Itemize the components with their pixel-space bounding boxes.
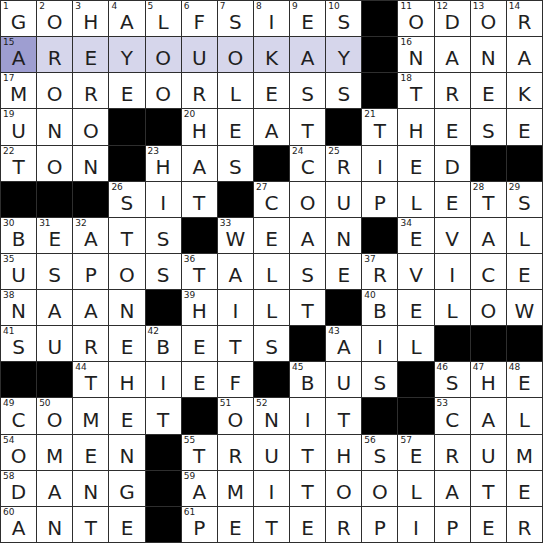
cell-r2c12[interactable]: 16N	[398, 37, 433, 72]
cell-letter: E	[482, 84, 495, 108]
cell-letter: B	[373, 301, 387, 325]
cell-r5c3[interactable]: N	[73, 146, 108, 181]
cell-r5c4	[109, 146, 144, 181]
cell-letter: A	[481, 410, 495, 434]
cell-r15c4[interactable]: E	[109, 507, 144, 542]
cell-r13c7[interactable]: R	[218, 435, 253, 470]
cell-letter: D	[444, 12, 459, 36]
cell-r12c3[interactable]: M	[73, 398, 108, 433]
cell-r6c7	[218, 182, 253, 217]
cell-r3c5[interactable]: O	[146, 73, 181, 108]
cell-r2c10[interactable]: Y	[326, 37, 361, 72]
clue-number: 17	[3, 73, 14, 84]
cell-letter: H	[119, 373, 134, 397]
cell-r15c10[interactable]: R	[326, 507, 361, 542]
cell-r8c4[interactable]: O	[109, 254, 144, 289]
cell-r14c14[interactable]: T	[471, 471, 506, 506]
cell-r6c10[interactable]: U	[326, 182, 361, 217]
cell-r14c10[interactable]: O	[326, 471, 361, 506]
cell-r7c8[interactable]: E	[254, 218, 289, 253]
cell-r14c8[interactable]: I	[254, 471, 289, 506]
cell-r14c3[interactable]: N	[73, 471, 108, 506]
cell-r13c9[interactable]: T	[290, 435, 325, 470]
cell-r11c11[interactable]: S	[362, 362, 397, 397]
clue-number: 59	[184, 471, 195, 482]
cell-letter: H	[192, 121, 207, 145]
clue-number: 42	[148, 326, 159, 337]
cell-r14c4[interactable]: G	[109, 471, 144, 506]
cell-letter: E	[518, 482, 531, 506]
cell-r9c4[interactable]: N	[109, 290, 144, 325]
cell-r1c8[interactable]: 8I	[254, 1, 289, 36]
cell-r4c13[interactable]: E	[435, 109, 470, 144]
cell-r5c5[interactable]: 23H	[146, 146, 181, 181]
cell-r8c9[interactable]: S	[290, 254, 325, 289]
clue-number: 22	[3, 146, 14, 157]
cell-r10c8[interactable]: S	[254, 326, 289, 361]
cell-r15c14[interactable]: E	[471, 507, 506, 542]
cell-r5c11[interactable]: I	[362, 146, 397, 181]
cell-r2c2[interactable]: R	[37, 37, 72, 72]
cell-r11c13[interactable]: 46S	[435, 362, 470, 397]
cell-letter: L	[266, 301, 277, 325]
cell-r9c13[interactable]: L	[435, 290, 470, 325]
cell-r11c9[interactable]: 45B	[290, 362, 325, 397]
cell-letter: R	[517, 12, 531, 36]
cell-r2c14[interactable]: N	[471, 37, 506, 72]
cell-r3c2[interactable]: O	[37, 73, 72, 108]
cell-letter: K	[265, 48, 278, 72]
cell-r14c15[interactable]: E	[507, 471, 542, 506]
clue-number: 36	[184, 254, 195, 265]
cell-r12c1[interactable]: 49C	[1, 398, 36, 433]
cell-r15c15[interactable]: R	[507, 507, 542, 542]
cell-r5c14	[471, 146, 506, 181]
cell-letter: E	[410, 301, 423, 325]
cell-r1c3[interactable]: 3H	[73, 1, 108, 36]
cell-r11c10[interactable]: U	[326, 362, 361, 397]
cell-r4c14[interactable]: S	[471, 109, 506, 144]
clue-number: 44	[75, 362, 86, 373]
cell-r8c14[interactable]: C	[471, 254, 506, 289]
cell-r9c3[interactable]: A	[73, 290, 108, 325]
cell-r3c13[interactable]: R	[435, 73, 470, 108]
cell-letter: I	[377, 157, 383, 181]
cell-letter: T	[121, 229, 133, 253]
cell-r10c2[interactable]: U	[37, 326, 72, 361]
cell-letter: E	[518, 373, 531, 397]
cell-r5c12[interactable]: E	[398, 146, 433, 181]
cell-r3c7[interactable]: L	[218, 73, 253, 108]
cell-r12c7[interactable]: 51O	[218, 398, 253, 433]
cell-r8c13[interactable]: I	[435, 254, 470, 289]
cell-r2c15[interactable]: A	[507, 37, 542, 72]
cell-r11c3[interactable]: 44T	[73, 362, 108, 397]
cell-r12c15[interactable]: L	[507, 398, 542, 433]
cell-r5c6[interactable]: A	[182, 146, 217, 181]
cell-r9c14[interactable]: O	[471, 290, 506, 325]
cell-letter: E	[85, 446, 98, 470]
cell-r13c3[interactable]: E	[73, 435, 108, 470]
cell-r2c3[interactable]: E	[73, 37, 108, 72]
cell-r1c12[interactable]: 11O	[398, 1, 433, 36]
cell-letter: Y	[338, 48, 350, 72]
cell-r6c4[interactable]: 26S	[109, 182, 144, 217]
cell-r8c8[interactable]: L	[254, 254, 289, 289]
cell-r12c2[interactable]: 50O	[37, 398, 72, 433]
cell-letter: S	[337, 84, 350, 108]
cell-r4c11[interactable]: 21T	[362, 109, 397, 144]
cell-letter: A	[12, 48, 26, 72]
cell-r5c8	[254, 146, 289, 181]
cell-letter: A	[265, 121, 279, 145]
cell-letter: O	[155, 48, 171, 72]
cell-r3c1[interactable]: 17M	[1, 73, 36, 108]
cell-r15c12[interactable]: I	[398, 507, 433, 542]
cell-r11c5[interactable]: I	[146, 362, 181, 397]
cell-r15c5	[146, 507, 181, 542]
clue-number: 8	[256, 1, 262, 12]
cell-r14c11[interactable]: O	[362, 471, 397, 506]
cell-r12c9[interactable]: I	[290, 398, 325, 433]
cell-r7c5[interactable]: S	[146, 218, 181, 253]
cell-letter: E	[301, 518, 314, 542]
cell-r4c5	[146, 109, 181, 144]
cell-r3c6[interactable]: R	[182, 73, 217, 108]
cell-r10c5[interactable]: 42B	[146, 326, 181, 361]
cell-r6c15[interactable]: 29S	[507, 182, 542, 217]
cell-r9c11[interactable]: 40B	[362, 290, 397, 325]
cell-letter: I	[377, 337, 383, 361]
clue-number: 18	[400, 73, 411, 84]
cell-letter: R	[48, 48, 62, 72]
cell-r7c7[interactable]: 33W	[218, 218, 253, 253]
cell-r13c4[interactable]: N	[109, 435, 144, 470]
cell-letter: L	[266, 265, 277, 289]
cell-letter: O	[47, 12, 63, 36]
cell-r4c9[interactable]: T	[290, 109, 325, 144]
cell-r4c4	[109, 109, 144, 144]
cell-r13c10[interactable]: H	[326, 435, 361, 470]
cell-r8c15[interactable]: E	[507, 254, 542, 289]
cell-r11c14[interactable]: 47H	[471, 362, 506, 397]
cell-letter: E	[446, 121, 459, 145]
cell-r14c2[interactable]: A	[37, 471, 72, 506]
cell-r13c8[interactable]: U	[254, 435, 289, 470]
cell-letter: S	[48, 265, 61, 289]
cell-letter: S	[446, 373, 459, 397]
cell-r6c8[interactable]: 27C	[254, 182, 289, 217]
clue-number: 35	[3, 254, 14, 265]
cell-r5c1[interactable]: 22T	[1, 146, 36, 181]
cell-r14c6[interactable]: 59A	[182, 471, 217, 506]
cell-letter: E	[265, 84, 278, 108]
cell-r3c3[interactable]: R	[73, 73, 108, 108]
cell-r1c7[interactable]: 7S	[218, 1, 253, 36]
cell-r10c10[interactable]: 43A	[326, 326, 361, 361]
cell-r6c14[interactable]: 28T	[471, 182, 506, 217]
cell-r2c5[interactable]: O	[146, 37, 181, 72]
cell-r15c11[interactable]: P	[362, 507, 397, 542]
cell-r9c2[interactable]: A	[37, 290, 72, 325]
cell-letter: S	[121, 193, 134, 217]
clue-number: 14	[509, 1, 520, 12]
cell-r2c8[interactable]: K	[254, 37, 289, 72]
cell-r3c4[interactable]: E	[109, 73, 144, 108]
cell-r13c15[interactable]: M	[507, 435, 542, 470]
cell-r7c9[interactable]: A	[290, 218, 325, 253]
cell-r12c14[interactable]: A	[471, 398, 506, 433]
cell-r10c12[interactable]: L	[398, 326, 433, 361]
cell-r12c13[interactable]: 53C	[435, 398, 470, 433]
cell-letter: A	[445, 482, 459, 506]
cell-letter: A	[337, 337, 351, 361]
cell-r1c1[interactable]: 1G	[1, 1, 36, 36]
cell-r12c12	[398, 398, 433, 433]
cell-r1c6[interactable]: 6F	[182, 1, 217, 36]
cell-r2c7[interactable]: O	[218, 37, 253, 72]
cell-letter: H	[156, 157, 171, 181]
cell-r6c11[interactable]: P	[362, 182, 397, 217]
cell-letter: O	[47, 157, 63, 181]
cell-r8c3[interactable]: P	[73, 254, 108, 289]
cell-r8c5[interactable]: S	[146, 254, 181, 289]
cell-letter: T	[157, 410, 169, 434]
cell-letter: S	[265, 337, 278, 361]
cell-r12c10[interactable]: T	[326, 398, 361, 433]
cell-r1c9[interactable]: 9E	[290, 1, 325, 36]
cell-r7c10[interactable]: N	[326, 218, 361, 253]
clue-number: 5	[148, 1, 154, 12]
cell-r11c15[interactable]: 48E	[507, 362, 542, 397]
cell-letter: A	[84, 229, 98, 253]
cell-letter: E	[518, 265, 531, 289]
cell-r8c11[interactable]: 37R	[362, 254, 397, 289]
clue-number: 55	[184, 435, 195, 446]
cell-r4c1[interactable]: 19U	[1, 109, 36, 144]
cell-r6c13[interactable]: E	[435, 182, 470, 217]
cell-letter: H	[83, 12, 98, 36]
cell-r12c8[interactable]: 52N	[254, 398, 289, 433]
cell-letter: A	[481, 229, 495, 253]
cell-letter: L	[230, 84, 241, 108]
cell-r3c10[interactable]: S	[326, 73, 361, 108]
cell-letter: T	[338, 410, 350, 434]
cell-r9c1[interactable]: 38N	[1, 290, 36, 325]
cell-r8c2[interactable]: S	[37, 254, 72, 289]
cell-r10c11[interactable]: I	[362, 326, 397, 361]
cell-letter: V	[445, 229, 459, 253]
cell-r7c1[interactable]: 30B	[1, 218, 36, 253]
clue-number: 43	[328, 326, 339, 337]
cell-r1c15[interactable]: 14R	[507, 1, 542, 36]
cell-letter: B	[156, 337, 170, 361]
cell-r1c4[interactable]: 4A	[109, 1, 144, 36]
cell-r15c2[interactable]: N	[37, 507, 72, 542]
cell-r2c6[interactable]: U	[182, 37, 217, 72]
cell-r9c12[interactable]: E	[398, 290, 433, 325]
cell-r1c2[interactable]: 2O	[37, 1, 72, 36]
clue-number: 3	[75, 1, 81, 12]
cell-r13c11[interactable]: 56S	[362, 435, 397, 470]
cell-letter: A	[192, 157, 206, 181]
cell-r13c1[interactable]: 54O	[1, 435, 36, 470]
cell-r14c9[interactable]: T	[290, 471, 325, 506]
cell-letter: T	[193, 265, 205, 289]
cell-r15c1[interactable]: 60A	[1, 507, 36, 542]
cell-r14c7[interactable]: M	[218, 471, 253, 506]
clue-number: 6	[184, 1, 190, 12]
cell-r9c9[interactable]: T	[290, 290, 325, 325]
cell-r4c3[interactable]: O	[73, 109, 108, 144]
cell-r4c12[interactable]: H	[398, 109, 433, 144]
cell-r5c9[interactable]: 24C	[290, 146, 325, 181]
cell-letter: L	[410, 337, 421, 361]
cell-r9c15[interactable]: W	[507, 290, 542, 325]
cell-r15c3[interactable]: T	[73, 507, 108, 542]
cell-r8c1[interactable]: 35U	[1, 254, 36, 289]
cell-r13c2[interactable]: M	[37, 435, 72, 470]
cell-letter: M	[10, 84, 27, 108]
cell-r8c12[interactable]: V	[398, 254, 433, 289]
cell-letter: E	[482, 518, 495, 542]
cell-r7c12[interactable]: 34E	[398, 218, 433, 253]
cell-letter: N	[83, 157, 98, 181]
cell-r2c4[interactable]: Y	[109, 37, 144, 72]
cell-r8c10[interactable]: E	[326, 254, 361, 289]
clue-number: 29	[509, 182, 520, 193]
cell-r9c7[interactable]: I	[218, 290, 253, 325]
cell-r2c1[interactable]: 15A	[1, 37, 36, 72]
cell-r1c5[interactable]: 5L	[146, 1, 181, 36]
cell-r10c6[interactable]: E	[182, 326, 217, 361]
cell-r13c14[interactable]: U	[471, 435, 506, 470]
cell-r11c4[interactable]: H	[109, 362, 144, 397]
cell-r6c12[interactable]: L	[398, 182, 433, 217]
cell-r3c14[interactable]: E	[471, 73, 506, 108]
cell-r9c6[interactable]: 39H	[182, 290, 217, 325]
cell-r12c5[interactable]: T	[146, 398, 181, 433]
cell-r2c9[interactable]: A	[290, 37, 325, 72]
cell-letter: E	[193, 337, 206, 361]
cell-letter: T	[302, 482, 314, 506]
clue-number: 37	[364, 254, 375, 265]
cell-letter: H	[409, 121, 424, 145]
cell-letter: N	[47, 121, 62, 145]
cell-r3c15[interactable]: K	[507, 73, 542, 108]
cell-letter: U	[336, 373, 351, 397]
cell-letter: E	[229, 121, 242, 145]
cell-letter: T	[410, 84, 422, 108]
cell-r5c10[interactable]: 25R	[326, 146, 361, 181]
cell-r7c4[interactable]: T	[109, 218, 144, 253]
cell-r10c3[interactable]: R	[73, 326, 108, 361]
cell-r9c8[interactable]: L	[254, 290, 289, 325]
cell-r6c5[interactable]: I	[146, 182, 181, 217]
cell-r4c2[interactable]: N	[37, 109, 72, 144]
cell-r10c4[interactable]: E	[109, 326, 144, 361]
cell-letter: R	[337, 518, 351, 542]
cell-r15c9[interactable]: E	[290, 507, 325, 542]
cell-r4c6[interactable]: 20H	[182, 109, 217, 144]
cell-letter: N	[119, 301, 134, 325]
cell-r7c13[interactable]: V	[435, 218, 470, 253]
cell-r1c13[interactable]: 12D	[435, 1, 470, 36]
cell-r6c6[interactable]: T	[182, 182, 217, 217]
cell-r11c7[interactable]: F	[218, 362, 253, 397]
cell-r5c13[interactable]: D	[435, 146, 470, 181]
cell-letter: S	[337, 12, 350, 36]
cell-letter: U	[264, 446, 279, 470]
cell-r10c9	[290, 326, 325, 361]
cell-r13c12[interactable]: 57E	[398, 435, 433, 470]
cell-r8c6[interactable]: 36T	[182, 254, 217, 289]
cell-r3c9[interactable]: S	[290, 73, 325, 108]
cell-r11c6[interactable]: E	[182, 362, 217, 397]
cell-letter: C	[445, 410, 459, 434]
cell-r1c14[interactable]: 13O	[471, 1, 506, 36]
cell-letter: H	[481, 373, 496, 397]
cell-r15c7[interactable]: E	[218, 507, 253, 542]
cell-letter: E	[410, 446, 423, 470]
cell-r3c12[interactable]: 18T	[398, 73, 433, 108]
cell-r2c13[interactable]: A	[435, 37, 470, 72]
cell-r1c10[interactable]: 10S	[326, 1, 361, 36]
cell-r6c9[interactable]: O	[290, 182, 325, 217]
cell-r6c3	[73, 182, 108, 217]
cell-r4c15[interactable]: E	[507, 109, 542, 144]
cell-r15c13[interactable]: P	[435, 507, 470, 542]
cell-letter: H	[192, 301, 207, 325]
cell-r14c12[interactable]: L	[398, 471, 433, 506]
cell-r15c8[interactable]: T	[254, 507, 289, 542]
cell-r3c8[interactable]: E	[254, 73, 289, 108]
cell-r7c15[interactable]: L	[507, 218, 542, 253]
cell-r15c6[interactable]: 61P	[182, 507, 217, 542]
cell-letter: O	[336, 482, 352, 506]
cell-r14c13[interactable]: A	[435, 471, 470, 506]
cell-letter: C	[481, 265, 495, 289]
clue-number: 48	[509, 362, 520, 373]
cell-letter: E	[85, 48, 98, 72]
cell-letter: U	[47, 337, 62, 361]
cell-r7c14[interactable]: A	[471, 218, 506, 253]
cell-r7c2[interactable]: 31E	[37, 218, 72, 253]
clue-number: 7	[220, 1, 226, 12]
cell-r7c3[interactable]: 32A	[73, 218, 108, 253]
cell-r4c7[interactable]: E	[218, 109, 253, 144]
cell-r4c8[interactable]: A	[254, 109, 289, 144]
cell-r8c7[interactable]: A	[218, 254, 253, 289]
clue-number: 16	[400, 37, 411, 48]
cell-r12c4[interactable]: E	[109, 398, 144, 433]
cell-r5c2[interactable]: O	[37, 146, 72, 181]
cell-letter: T	[12, 157, 24, 181]
cell-r10c1[interactable]: 41S	[1, 326, 36, 361]
cell-letter: R	[228, 446, 242, 470]
cell-r10c7[interactable]: T	[218, 326, 253, 361]
cell-r13c13[interactable]: R	[435, 435, 470, 470]
cell-letter: T	[193, 446, 205, 470]
cell-letter: L	[519, 410, 530, 434]
cell-r13c6[interactable]: 55T	[182, 435, 217, 470]
cell-r11c1	[1, 362, 36, 397]
cell-letter: E	[301, 12, 314, 36]
cell-r5c7[interactable]: S	[218, 146, 253, 181]
cell-r9c10	[326, 290, 361, 325]
cell-r14c1[interactable]: 58D	[1, 471, 36, 506]
cell-r6c2	[37, 182, 72, 217]
